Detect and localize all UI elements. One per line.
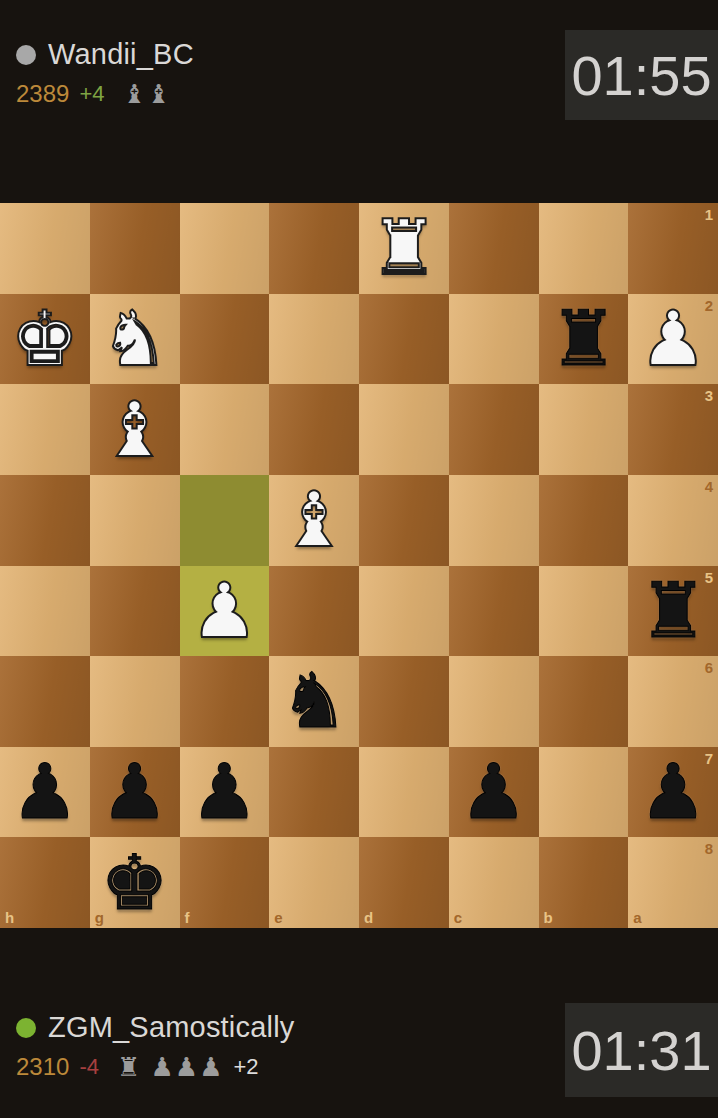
square-h4[interactable] xyxy=(0,475,90,566)
bottom-player-captured-pieces-icons: ♜ ♟♟♟ xyxy=(117,1054,224,1080)
square-a6[interactable]: 6 xyxy=(628,656,718,747)
square-h1[interactable] xyxy=(0,203,90,294)
square-d3[interactable] xyxy=(359,384,449,475)
top-player-captured-pieces-icons: ♝♝ xyxy=(122,81,171,107)
square-b1[interactable] xyxy=(539,203,629,294)
square-f6[interactable] xyxy=(180,656,270,747)
top-player-rating: 2389 xyxy=(16,80,69,108)
square-f3[interactable] xyxy=(180,384,270,475)
square-g7[interactable]: ♟ xyxy=(90,747,180,838)
square-f4[interactable] xyxy=(180,475,270,566)
square-h8[interactable]: h xyxy=(0,837,90,928)
square-e5[interactable] xyxy=(269,566,359,657)
square-e3[interactable] xyxy=(269,384,359,475)
square-b4[interactable] xyxy=(539,475,629,566)
bottom-player-rating: 2310 xyxy=(16,1053,69,1081)
bottom-player-bar: ZGM_Samostically 2310 -4 ♜ ♟♟♟ +2 01:31 xyxy=(0,1003,718,1098)
square-a7[interactable]: 7♟ xyxy=(628,747,718,838)
square-c2[interactable] xyxy=(449,294,539,385)
square-b3[interactable] xyxy=(539,384,629,475)
square-f2[interactable] xyxy=(180,294,270,385)
square-c4[interactable] xyxy=(449,475,539,566)
piece-black-knight-e6[interactable]: ♞ xyxy=(269,656,359,747)
square-a1[interactable]: 1 xyxy=(628,203,718,294)
piece-white-king-h2[interactable]: ♚ xyxy=(0,294,90,385)
square-h5[interactable] xyxy=(0,566,90,657)
square-b2[interactable]: ♜ xyxy=(539,294,629,385)
piece-white-bishop-e4[interactable]: ♝ xyxy=(269,475,359,566)
top-player-bar: Wandii_BC 2389 +4 ♝♝ 01:55 xyxy=(0,30,718,150)
square-c3[interactable] xyxy=(449,384,539,475)
piece-white-knight-g2[interactable]: ♞ xyxy=(90,294,180,385)
square-c6[interactable] xyxy=(449,656,539,747)
square-g3[interactable]: ♝ xyxy=(90,384,180,475)
bottom-player-name: ZGM_Samostically xyxy=(48,1011,295,1044)
square-b7[interactable] xyxy=(539,747,629,838)
square-g5[interactable] xyxy=(90,566,180,657)
square-c1[interactable] xyxy=(449,203,539,294)
square-c5[interactable] xyxy=(449,566,539,657)
square-b6[interactable] xyxy=(539,656,629,747)
square-c7[interactable]: ♟ xyxy=(449,747,539,838)
square-f7[interactable]: ♟ xyxy=(180,747,270,838)
square-f1[interactable] xyxy=(180,203,270,294)
square-h3[interactable] xyxy=(0,384,90,475)
square-a8[interactable]: 8a xyxy=(628,837,718,928)
square-f5[interactable]: ♟ xyxy=(180,566,270,657)
piece-white-pawn-a2[interactable]: ♟ xyxy=(628,294,718,385)
square-g1[interactable] xyxy=(90,203,180,294)
piece-black-king-g8[interactable]: ♚ xyxy=(90,837,180,928)
square-e2[interactable] xyxy=(269,294,359,385)
coord-rank-1: 1 xyxy=(705,207,713,222)
square-d4[interactable] xyxy=(359,475,449,566)
coord-file-h: h xyxy=(5,910,14,925)
coord-file-c: c xyxy=(454,910,462,925)
piece-black-pawn-g7[interactable]: ♟ xyxy=(90,747,180,838)
coord-file-e: e xyxy=(274,910,282,925)
bottom-player-status-dot-icon xyxy=(16,1018,36,1038)
coord-rank-6: 6 xyxy=(705,660,713,675)
square-d6[interactable] xyxy=(359,656,449,747)
piece-black-pawn-f7[interactable]: ♟ xyxy=(180,747,270,838)
square-g8[interactable]: g♚ xyxy=(90,837,180,928)
top-player-rating-change: +4 xyxy=(79,81,104,107)
square-b8[interactable]: b xyxy=(539,837,629,928)
coord-rank-3: 3 xyxy=(705,388,713,403)
square-e1[interactable] xyxy=(269,203,359,294)
square-e6[interactable]: ♞ xyxy=(269,656,359,747)
piece-black-rook-b2[interactable]: ♜ xyxy=(539,294,629,385)
coord-file-d: d xyxy=(364,910,373,925)
coord-file-b: b xyxy=(544,910,553,925)
piece-white-rook-d1[interactable]: ♜ xyxy=(359,203,449,294)
square-a5[interactable]: 5♜ xyxy=(628,566,718,657)
coord-rank-8: 8 xyxy=(705,841,713,856)
square-h6[interactable] xyxy=(0,656,90,747)
piece-white-pawn-f5[interactable]: ♟ xyxy=(180,566,270,657)
square-g6[interactable] xyxy=(90,656,180,747)
square-e8[interactable]: e xyxy=(269,837,359,928)
bottom-player-clock: 01:31 xyxy=(565,1003,718,1097)
square-f8[interactable]: f xyxy=(180,837,270,928)
top-player-info: Wandii_BC 2389 +4 ♝♝ xyxy=(16,38,194,108)
square-a4[interactable]: 4 xyxy=(628,475,718,566)
coord-file-a: a xyxy=(633,910,641,925)
square-b5[interactable] xyxy=(539,566,629,657)
piece-black-pawn-a7[interactable]: ♟ xyxy=(628,747,718,838)
piece-black-rook-a5[interactable]: ♜ xyxy=(628,566,718,657)
game-screen: Wandii_BC 2389 +4 ♝♝ 01:55 ♜1♚♞♜2♟♝3♝4♟5… xyxy=(0,0,718,1118)
square-h7[interactable]: ♟ xyxy=(0,747,90,838)
top-player-status-dot-icon xyxy=(16,45,36,65)
square-a2[interactable]: 2♟ xyxy=(628,294,718,385)
piece-white-bishop-g3[interactable]: ♝ xyxy=(90,384,180,475)
square-e7[interactable] xyxy=(269,747,359,838)
square-a3[interactable]: 3 xyxy=(628,384,718,475)
square-e4[interactable]: ♝ xyxy=(269,475,359,566)
square-h2[interactable]: ♚ xyxy=(0,294,90,385)
square-c8[interactable]: c xyxy=(449,837,539,928)
square-d8[interactable]: d xyxy=(359,837,449,928)
square-g4[interactable] xyxy=(90,475,180,566)
piece-black-pawn-c7[interactable]: ♟ xyxy=(449,747,539,838)
bottom-player-rating-change: -4 xyxy=(79,1054,99,1080)
coord-rank-4: 4 xyxy=(705,479,713,494)
square-d1[interactable]: ♜ xyxy=(359,203,449,294)
square-g2[interactable]: ♞ xyxy=(90,294,180,385)
square-d5[interactable] xyxy=(359,566,449,657)
coord-file-f: f xyxy=(185,910,190,925)
bottom-player-material-advantage: +2 xyxy=(233,1054,258,1080)
top-player-name: Wandii_BC xyxy=(48,38,194,71)
piece-black-pawn-h7[interactable]: ♟ xyxy=(0,747,90,838)
square-d7[interactable] xyxy=(359,747,449,838)
bottom-player-info: ZGM_Samostically 2310 -4 ♜ ♟♟♟ +2 xyxy=(16,1011,295,1081)
square-d2[interactable] xyxy=(359,294,449,385)
chess-board: ♜1♚♞♜2♟♝3♝4♟5♜♞6♟♟♟♟7♟hg♚fedcb8a xyxy=(0,203,718,928)
top-player-clock: 01:55 xyxy=(565,30,718,120)
